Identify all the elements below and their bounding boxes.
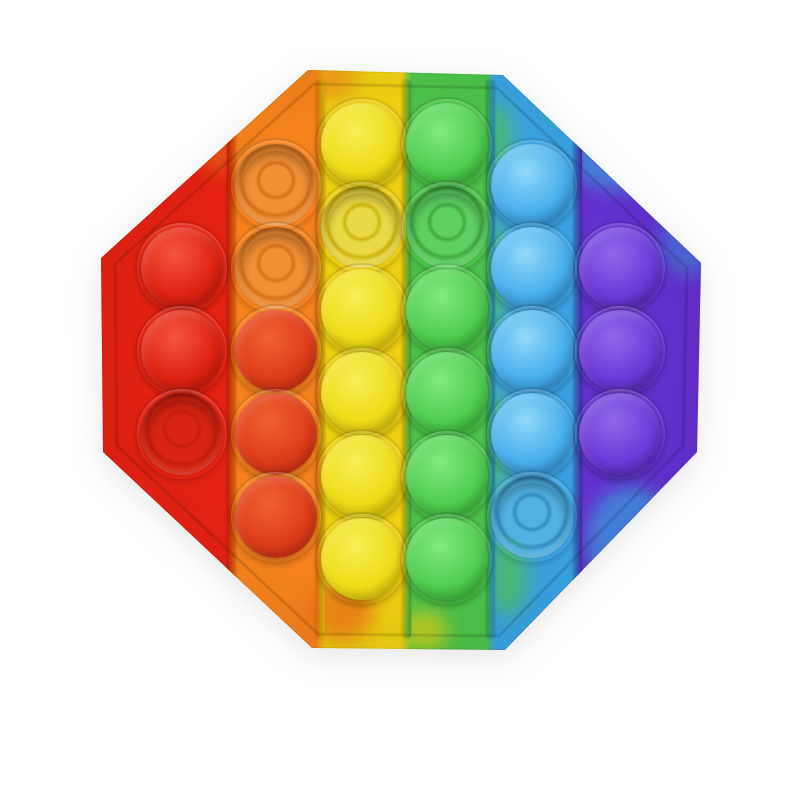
bubble-blue-3-raised	[491, 310, 573, 392]
bubble-yellow-4-raised	[321, 352, 403, 434]
marble-blob	[548, 78, 628, 124]
bubble-orange-4-raised	[235, 393, 317, 475]
bubble-blue-1-raised	[491, 144, 573, 226]
bubble-green-3-raised	[406, 269, 488, 351]
bubble-green-5-raised	[406, 435, 488, 517]
bubble-yellow-1-raised	[321, 103, 403, 185]
product-photo	[0, 0, 800, 800]
bubble-red-3-pressed	[141, 393, 223, 475]
bubble-orange-3-raised	[235, 310, 317, 392]
pop-it-toy	[100, 66, 702, 652]
bubble-green-4-raised	[406, 352, 488, 434]
bubble-red-1-raised	[141, 227, 223, 309]
pop-it-board	[100, 66, 702, 652]
bubble-orange-2-pressed	[235, 227, 317, 309]
bubble-green-6-raised	[406, 518, 488, 600]
bubble-green-2-pressed	[406, 186, 488, 268]
bubble-orange-5-raised	[235, 476, 317, 558]
bubble-purple-1-raised	[579, 227, 661, 309]
bubble-yellow-3-raised	[321, 269, 403, 351]
bubble-blue-4-raised	[491, 393, 573, 475]
bubble-red-2-raised	[141, 310, 223, 392]
bubble-yellow-6-raised	[321, 518, 403, 600]
marble-blob	[530, 606, 600, 661]
bubble-blue-2-raised	[491, 227, 573, 309]
bubble-purple-2-raised	[579, 310, 661, 392]
bubble-yellow-2-pressed	[321, 186, 403, 268]
bubble-purple-3-raised	[579, 393, 661, 475]
bubble-blue-5-pressed	[491, 476, 573, 558]
bubble-green-1-raised	[406, 103, 488, 185]
bubble-yellow-5-raised	[321, 435, 403, 517]
bubble-orange-1-pressed	[235, 144, 317, 226]
